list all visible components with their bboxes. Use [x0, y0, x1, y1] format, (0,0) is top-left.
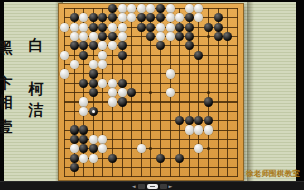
playback-bar: ◄ ► [0, 181, 304, 190]
white-stone [108, 79, 117, 88]
white-stone [70, 144, 79, 153]
white-stone [60, 23, 69, 32]
white-stone [166, 88, 175, 97]
black-player-char: 卞 [0, 75, 13, 91]
white-stone [70, 32, 79, 41]
white-player-char: 洁 [28, 102, 44, 118]
white-stone [166, 32, 175, 41]
black-stone [204, 97, 213, 106]
black-stone [108, 154, 117, 163]
black-stone [79, 51, 88, 60]
white-stone [118, 23, 127, 32]
black-stone [137, 23, 146, 32]
black-stone [214, 23, 223, 32]
black-stone [185, 32, 194, 41]
white-stone [89, 60, 98, 69]
black-stone [70, 125, 79, 134]
move-counter-pill[interactable] [147, 184, 158, 190]
white-stone [89, 135, 98, 144]
black-stone [175, 154, 184, 163]
go-board[interactable] [59, 4, 243, 180]
white-stone [60, 69, 69, 78]
video-frame: 黑卞相壹白柯洁 徐老师围棋教室 ◄ ► [0, 0, 304, 190]
white-stone [118, 32, 127, 41]
white-stone [60, 51, 69, 60]
black-stone [70, 163, 79, 172]
white-stone [166, 69, 175, 78]
black-stone [185, 23, 194, 32]
white-stone [89, 154, 98, 163]
white-stone [79, 97, 88, 106]
white-stone [185, 125, 194, 134]
black-stone [79, 125, 88, 134]
white-stone [166, 23, 175, 32]
black-stone [118, 51, 127, 60]
move-navigator: ◄ ► [132, 184, 173, 190]
black-player-char: 相 [0, 94, 13, 110]
next-move-button[interactable]: ► [169, 184, 173, 189]
prev-move-button[interactable]: ◄ [132, 184, 136, 189]
black-stone [89, 69, 98, 78]
black-stone [118, 79, 127, 88]
black-stone [89, 79, 98, 88]
nav-chip-right[interactable] [160, 184, 167, 189]
black-stone [214, 32, 223, 41]
black-stone [175, 23, 184, 32]
white-stone [89, 32, 98, 41]
black-stone [204, 23, 213, 32]
black-stone [118, 97, 127, 106]
white-stone [79, 154, 88, 163]
white-stone [108, 23, 117, 32]
white-player-char: 柯 [28, 81, 44, 97]
white-stone [118, 4, 127, 13]
white-stone [70, 60, 79, 69]
black-player-char: 黑 [0, 40, 13, 56]
white-stone [108, 97, 117, 106]
white-stone [137, 4, 146, 13]
black-player-char: 壹 [0, 119, 13, 135]
white-stone [156, 23, 165, 32]
white-stone [79, 23, 88, 32]
tatami-seam-right [247, 2, 254, 181]
black-stone [70, 154, 79, 163]
white-stone [204, 125, 213, 134]
white-stone [166, 4, 175, 13]
black-stone [156, 154, 165, 163]
black-stone [89, 88, 98, 97]
last-move-marker [92, 110, 95, 113]
white-stone [118, 88, 127, 97]
white-stone [185, 4, 194, 13]
white-player-char: 白 [28, 37, 44, 53]
channel-credit: 徐老师围棋教室 [246, 169, 304, 179]
white-stone [70, 23, 79, 32]
last-move-stone [89, 107, 98, 116]
black-stone [70, 135, 79, 144]
black-stone [89, 23, 98, 32]
nav-chip-left[interactable] [138, 184, 145, 189]
